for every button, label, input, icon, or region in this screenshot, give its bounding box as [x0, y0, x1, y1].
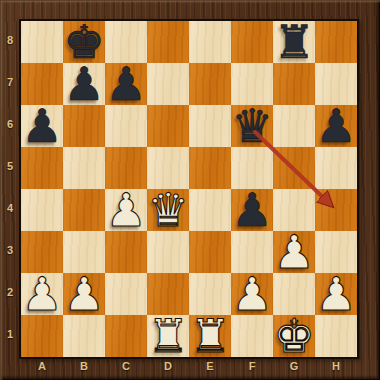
rank-label-8: 8: [2, 19, 18, 61]
square-h6[interactable]: ♟: [315, 105, 357, 147]
file-label-c: C: [105, 358, 147, 374]
rank-label-6: 6: [2, 103, 18, 145]
square-f1[interactable]: [231, 315, 273, 357]
square-f4[interactable]: ♟: [231, 189, 273, 231]
square-b6[interactable]: [63, 105, 105, 147]
square-g7[interactable]: [273, 63, 315, 105]
square-f6[interactable]: ♛: [231, 105, 273, 147]
rank-label-4: 4: [2, 187, 18, 229]
square-d1[interactable]: ♜: [147, 315, 189, 357]
piece-white-rook[interactable]: ♜: [147, 315, 188, 357]
square-b1[interactable]: [63, 315, 105, 357]
square-c1[interactable]: [105, 315, 147, 357]
square-a5[interactable]: [21, 147, 63, 189]
square-h8[interactable]: [315, 21, 357, 63]
square-a2[interactable]: ♟: [21, 273, 63, 315]
square-f8[interactable]: [231, 21, 273, 63]
square-c7[interactable]: ♟: [105, 63, 147, 105]
rank-label-1: 1: [2, 313, 18, 355]
board-frame: ♚♜♟♟♟♛♟♟♛♟♟♟♟♟♟♜♜♚ 87654321 ABCDEFGH: [0, 0, 380, 380]
square-a4[interactable]: [21, 189, 63, 231]
piece-white-pawn[interactable]: ♟: [105, 189, 146, 231]
square-g8[interactable]: ♜: [273, 21, 315, 63]
square-e4[interactable]: [189, 189, 231, 231]
piece-black-queen[interactable]: ♛: [231, 105, 272, 147]
square-f2[interactable]: ♟: [231, 273, 273, 315]
file-label-b: B: [63, 358, 105, 374]
square-g6[interactable]: [273, 105, 315, 147]
square-e5[interactable]: [189, 147, 231, 189]
piece-white-pawn[interactable]: ♟: [231, 273, 272, 315]
piece-white-pawn[interactable]: ♟: [63, 273, 104, 315]
piece-white-pawn[interactable]: ♟: [315, 273, 356, 315]
rank-label-5: 5: [2, 145, 18, 187]
file-label-a: A: [21, 358, 63, 374]
square-c3[interactable]: [105, 231, 147, 273]
piece-black-pawn[interactable]: ♟: [105, 63, 146, 105]
square-b5[interactable]: [63, 147, 105, 189]
square-c4[interactable]: ♟: [105, 189, 147, 231]
piece-black-pawn[interactable]: ♟: [315, 105, 356, 147]
piece-white-queen[interactable]: ♛: [147, 189, 188, 231]
square-h1[interactable]: [315, 315, 357, 357]
piece-black-pawn[interactable]: ♟: [21, 105, 62, 147]
square-c6[interactable]: [105, 105, 147, 147]
square-e1[interactable]: ♜: [189, 315, 231, 357]
square-d3[interactable]: [147, 231, 189, 273]
file-label-h: H: [315, 358, 357, 374]
square-d8[interactable]: [147, 21, 189, 63]
square-a6[interactable]: ♟: [21, 105, 63, 147]
square-a8[interactable]: [21, 21, 63, 63]
square-b7[interactable]: ♟: [63, 63, 105, 105]
square-h2[interactable]: ♟: [315, 273, 357, 315]
square-e8[interactable]: [189, 21, 231, 63]
square-e6[interactable]: [189, 105, 231, 147]
square-g1[interactable]: ♚: [273, 315, 315, 357]
piece-white-pawn[interactable]: ♟: [21, 273, 62, 315]
rank-label-2: 2: [2, 271, 18, 313]
square-e7[interactable]: [189, 63, 231, 105]
file-label-f: F: [231, 358, 273, 374]
square-d4[interactable]: ♛: [147, 189, 189, 231]
piece-white-king[interactable]: ♚: [273, 315, 314, 357]
file-label-e: E: [189, 358, 231, 374]
rank-label-7: 7: [2, 61, 18, 103]
piece-black-rook[interactable]: ♜: [273, 21, 314, 63]
file-label-g: G: [273, 358, 315, 374]
square-c2[interactable]: [105, 273, 147, 315]
piece-white-pawn[interactable]: ♟: [273, 231, 314, 273]
square-b2[interactable]: ♟: [63, 273, 105, 315]
file-label-d: D: [147, 358, 189, 374]
square-e3[interactable]: [189, 231, 231, 273]
square-d7[interactable]: [147, 63, 189, 105]
chess-board: ♚♜♟♟♟♛♟♟♛♟♟♟♟♟♟♜♜♚: [19, 19, 359, 359]
square-g3[interactable]: ♟: [273, 231, 315, 273]
piece-white-rook[interactable]: ♜: [189, 315, 230, 357]
square-d6[interactable]: [147, 105, 189, 147]
square-g5[interactable]: [273, 147, 315, 189]
square-h5[interactable]: [315, 147, 357, 189]
piece-black-pawn[interactable]: ♟: [63, 63, 104, 105]
piece-black-pawn[interactable]: ♟: [231, 189, 272, 231]
square-a1[interactable]: [21, 315, 63, 357]
rank-label-3: 3: [2, 229, 18, 271]
square-h4[interactable]: [315, 189, 357, 231]
square-b4[interactable]: [63, 189, 105, 231]
